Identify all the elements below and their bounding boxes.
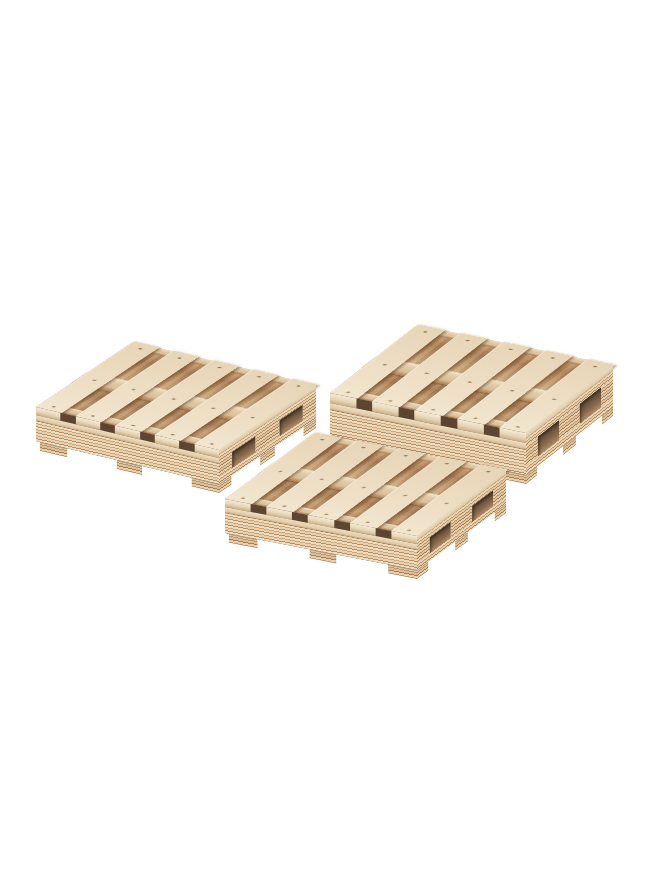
product-photo-canvas [0,0,650,870]
